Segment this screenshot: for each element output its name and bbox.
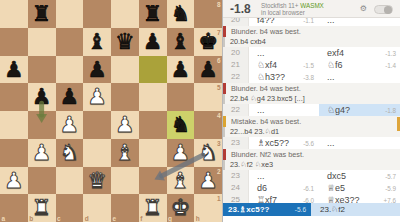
white-pawn-e4[interactable]: ♟ [111,111,139,139]
judgment-comment: Blunder. b4 was best. [223,83,400,94]
square-e5[interactable] [111,83,139,111]
square-d1[interactable]: d [83,194,111,222]
coord-rank-5: 5 [217,84,221,91]
square-c2[interactable] [56,167,84,195]
move-eval: -5.7 [385,173,400,180]
move-eval: -5.6 [303,140,319,147]
square-f3[interactable] [139,139,167,167]
white-rook-b1[interactable]: ♜ [28,194,56,222]
white-move-cell[interactable]: ♗xc5??-5.6 [249,137,319,149]
coord-rank-1: 1 [217,195,221,202]
move-number: 23 [223,170,249,182]
square-e8[interactable] [111,0,139,28]
square-c6[interactable] [56,56,84,84]
black-knight-g8[interactable]: ♞ [167,0,195,28]
move-number: 21 [223,59,249,71]
move-san: ♘xf4 [257,60,277,70]
black-pawn-f7[interactable]: ♟ [139,28,167,56]
black-rook-b8[interactable]: ♜ [28,0,56,28]
move-row: 23♗xc5??-5.6... [223,137,400,149]
white-move-cell[interactable]: ... [249,170,319,182]
move-number: 22 [223,71,249,83]
gear-icon[interactable]: ⚙ [360,4,367,13]
toggle-knob [384,6,392,14]
black-rook-f8[interactable]: ♜ [139,0,167,28]
square-d8[interactable] [83,0,111,28]
square-a8[interactable] [0,0,28,28]
black-queen-e7[interactable]: ♛ [111,28,139,56]
white-pawn-c4[interactable]: ♟ [56,111,84,139]
square-d3[interactable] [83,139,111,167]
white-move-cell[interactable]: ... [249,47,319,59]
judgment-comment: Blunder. Nf2 was best. [223,149,400,160]
judgment-comment: Mistake. b4 was best. [223,116,400,127]
coord-file-e: e [113,215,117,222]
move-san: ♗xc5?? [257,138,289,148]
move-eval: -1.8 [385,107,400,114]
move-san: ♘h3?? [257,72,285,82]
square-h4[interactable]: 4 [194,111,222,139]
move-san: ♕e5 [327,183,345,193]
move-san: ... [257,105,265,115]
black-king-h7[interactable]: ♚ [194,28,222,56]
move-san: ... [257,171,265,181]
square-b2[interactable] [28,167,56,195]
coord-rank-4: 4 [217,112,221,119]
square-f2[interactable] [139,167,167,195]
move-row: 22♘h3??-3.8... [223,71,400,83]
white-pawn-d5[interactable]: ♟ [83,83,111,111]
square-a5[interactable] [0,83,28,111]
engine-name: Stockfish 11+ WASMX in local browser [261,2,324,16]
square-e1[interactable]: e [111,194,139,222]
black-move-cell[interactable]: ♕e5-5.9 [319,182,400,194]
selected-move: 23.♗xc5?? [228,205,269,214]
move-eval: -5.9 [385,185,400,192]
move-row: 20...exf4-1.3 [223,47,400,59]
white-move-cell[interactable]: d6-6.1 [249,182,319,194]
judgment-comment: Blunder. b4 was best. [223,26,400,37]
square-c7[interactable] [56,28,84,56]
black-move-cell[interactable]: ♘g4?-1.8 [319,104,400,116]
move-eval: -6.1 [303,185,319,192]
move-eval: -1.5 [303,62,319,69]
black-bishop-d7[interactable]: ♝ [83,28,111,56]
move-san: ... [327,138,335,148]
coord-file-d: d [85,215,89,222]
best-move: 23.♘f2 [320,205,345,214]
white-pawn-h2[interactable]: ♟ [194,167,222,195]
move-eval: -3.8 [303,74,319,81]
coord-file-h: h [196,215,200,222]
engine-location: in local browser [261,9,305,16]
white-rook-f1[interactable]: ♜ [139,194,167,222]
square-h8[interactable]: 8 [194,0,222,28]
black-knight-g4[interactable]: ♞ [167,111,195,139]
black-move-cell[interactable]: ... [319,137,400,149]
best-move-cell[interactable]: 23.♘f2 [311,203,400,216]
square-a3[interactable] [0,139,28,167]
move-number: 24 [223,182,249,194]
black-pawn-h6[interactable]: ♟ [194,56,222,84]
move-eval: -1.4 [385,62,400,69]
square-c8[interactable] [56,0,84,28]
square-g5[interactable] [167,83,195,111]
coord-rank-8: 8 [217,1,221,8]
white-move-cell[interactable]: ... [249,104,319,116]
move-row: 21♘xf4-1.5♘f6-1.4 [223,59,400,71]
move-san: ♘f6 [327,60,343,70]
square-b6[interactable] [28,56,56,84]
white-move-cell[interactable]: ♘xf4-1.5 [249,59,319,71]
white-king-g1[interactable]: ♚ [167,194,195,222]
square-a7[interactable] [0,28,28,56]
white-bishop-g2[interactable]: ♝ [167,167,195,195]
move-number: 22 [223,104,249,116]
square-a1[interactable]: a [0,194,28,222]
white-knight-h3[interactable]: ♞ [194,139,222,167]
move-san: ♘g4? [327,105,350,115]
engine-header: -1.8 Stockfish 11+ WASMX in local browse… [223,0,400,18]
black-pawn-b5[interactable]: ♟ [28,83,56,111]
lichess-analysis-window: 8765432abcdefg1h♜♜♞♝♛♟♝♚♟♟♟♟♟♟♞♟♟♟♟♞♝♟♞♟… [0,0,400,222]
selected-move-cell[interactable]: 23.♗xc5?? -5.6 [223,203,311,216]
move-number: 23 [223,137,249,149]
square-b7[interactable] [28,28,56,56]
move-san: dxc5 [327,171,346,181]
white-queen-d2[interactable]: ♛ [83,167,111,195]
square-a4[interactable] [0,111,28,139]
coord-file-a: a [2,215,6,222]
variation-line[interactable]: 23.♘f2 ♘xe3 [223,160,400,170]
black-move-cell[interactable]: exf4-1.3 [319,47,400,59]
white-knight-c3[interactable]: ♞ [56,139,84,167]
square-e2[interactable] [111,167,139,195]
black-pawn-d6[interactable]: ♟ [83,56,111,84]
white-pawn-g3[interactable]: ♟ [167,139,195,167]
engine-toggle[interactable] [374,5,393,15]
chess-board[interactable]: 8765432abcdefg1h♜♜♞♝♛♟♝♚♟♟♟♟♟♟♞♟♟♟♟♞♝♟♞♟… [0,0,222,222]
engine-tech-badge: WASMX [300,2,324,9]
black-move-cell[interactable]: ♘f6-1.4 [319,59,400,71]
square-f4[interactable] [139,111,167,139]
move-row: 22...♘g4?-1.8 [223,104,400,116]
variation-line[interactable]: 20.b4 cxb4 [223,37,400,47]
move-row: 24d6-6.1♕e5-5.9 [223,182,400,194]
move-list: 20f4??-1.1...Blunder. b4 was best.20.b4 … [223,14,400,206]
analysis-panel: -1.8 Stockfish 11+ WASMX in local browse… [222,0,400,222]
move-number: 20 [223,47,249,59]
move-san: d6 [257,183,267,193]
white-pawn-a2[interactable]: ♟ [0,167,28,195]
black-pawn-g6[interactable]: ♟ [167,56,195,84]
square-h1[interactable]: 1h [194,194,222,222]
coord-file-c: c [57,215,61,222]
black-move-cell[interactable]: ... [319,71,400,83]
move-san: ... [257,48,265,58]
blunder-footer: 23.♗xc5?? -5.6 23.♘f2 [223,203,400,216]
square-h5[interactable]: 5 [194,83,222,111]
move-san: ... [327,72,335,82]
selected-move-eval: -5.6 [295,206,306,213]
black-pawn-a6[interactable]: ♟ [0,56,28,84]
square-d4[interactable] [83,111,111,139]
square-e6[interactable] [111,56,139,84]
white-move-cell[interactable]: ♘h3??-3.8 [249,71,319,83]
square-b4[interactable] [28,111,56,139]
black-move-cell[interactable]: dxc5-5.7 [319,170,400,182]
move-eval: -1.3 [385,50,400,57]
lastmove-highlight [139,56,167,84]
variation-line[interactable]: 22.b4 ♘g4 23.bxc5 [...] [223,94,400,104]
square-f5[interactable] [139,83,167,111]
black-bishop-g7[interactable]: ♝ [167,28,195,56]
square-c1[interactable]: c [56,194,84,222]
move-row: 23...dxc5-5.7 [223,170,400,182]
variation-line[interactable]: 22...b4 23.♘d1 [223,127,400,137]
white-pawn-b3[interactable]: ♟ [28,139,56,167]
black-pawn-c5[interactable]: ♟ [56,83,84,111]
engine-eval: -1.8 [230,2,251,16]
white-bishop-e3[interactable]: ♝ [111,139,139,167]
square-f6[interactable] [139,56,167,84]
move-san: exf4 [327,48,344,58]
